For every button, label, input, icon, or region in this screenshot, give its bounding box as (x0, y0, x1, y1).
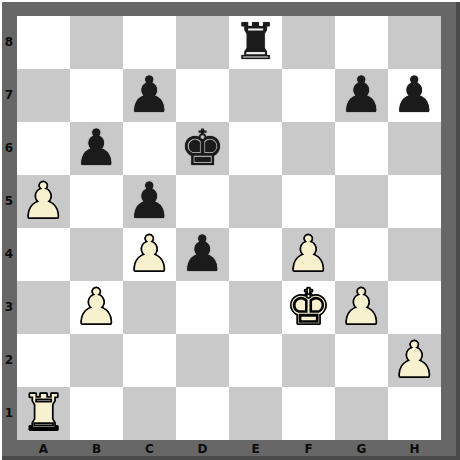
square-b4[interactable] (70, 228, 123, 281)
square-b2[interactable] (70, 334, 123, 387)
rank-label-6: 6 (2, 122, 16, 175)
square-h4[interactable] (388, 228, 441, 281)
square-d3[interactable] (176, 281, 229, 334)
square-e6[interactable] (229, 122, 282, 175)
piece-white-pawn[interactable]: ♟ (286, 228, 331, 281)
square-b5[interactable] (70, 175, 123, 228)
piece-white-pawn[interactable]: ♟ (21, 175, 66, 228)
file-label-c: C (123, 441, 176, 457)
square-c5[interactable]: ♟ (123, 175, 176, 228)
chess-scene: 87654321 ABCDEFGH ♜♟♟♟♟♚♟♟♟♟♟♟♚♟♟♜ (0, 0, 460, 460)
piece-black-pawn[interactable]: ♟ (127, 69, 172, 122)
file-label-b: B (70, 441, 123, 457)
file-label-g: G (335, 441, 388, 457)
square-e7[interactable] (229, 69, 282, 122)
square-d6[interactable]: ♚ (176, 122, 229, 175)
piece-black-pawn[interactable]: ♟ (127, 175, 172, 228)
square-h1[interactable] (388, 387, 441, 440)
square-b3[interactable]: ♟ (70, 281, 123, 334)
square-d2[interactable] (176, 334, 229, 387)
piece-white-rook[interactable]: ♜ (21, 387, 66, 440)
square-a7[interactable] (17, 69, 70, 122)
square-f6[interactable] (282, 122, 335, 175)
square-g8[interactable] (335, 16, 388, 69)
square-c1[interactable] (123, 387, 176, 440)
square-h6[interactable] (388, 122, 441, 175)
square-b7[interactable] (70, 69, 123, 122)
square-a4[interactable] (17, 228, 70, 281)
square-e4[interactable] (229, 228, 282, 281)
square-e1[interactable] (229, 387, 282, 440)
square-h7[interactable]: ♟ (388, 69, 441, 122)
file-label-h: H (388, 441, 441, 457)
rank-label-2: 2 (2, 334, 16, 387)
square-e5[interactable] (229, 175, 282, 228)
square-c4[interactable]: ♟ (123, 228, 176, 281)
square-g4[interactable] (335, 228, 388, 281)
square-b8[interactable] (70, 16, 123, 69)
piece-white-pawn[interactable]: ♟ (392, 334, 437, 387)
square-h8[interactable] (388, 16, 441, 69)
square-c7[interactable]: ♟ (123, 69, 176, 122)
square-h3[interactable] (388, 281, 441, 334)
square-g3[interactable]: ♟ (335, 281, 388, 334)
piece-white-king[interactable]: ♚ (286, 281, 331, 334)
rank-label-8: 8 (2, 16, 16, 69)
piece-black-rook[interactable]: ♜ (233, 16, 278, 69)
square-h2[interactable]: ♟ (388, 334, 441, 387)
file-label-a: A (17, 441, 70, 457)
square-e2[interactable] (229, 334, 282, 387)
square-h5[interactable] (388, 175, 441, 228)
square-c8[interactable] (123, 16, 176, 69)
square-f5[interactable] (282, 175, 335, 228)
piece-black-pawn[interactable]: ♟ (74, 122, 119, 175)
square-f7[interactable] (282, 69, 335, 122)
piece-black-pawn[interactable]: ♟ (339, 69, 384, 122)
square-g1[interactable] (335, 387, 388, 440)
square-c6[interactable] (123, 122, 176, 175)
chess-board: ♜♟♟♟♟♚♟♟♟♟♟♟♚♟♟♜ (17, 16, 441, 440)
square-c3[interactable] (123, 281, 176, 334)
rank-label-7: 7 (2, 69, 16, 122)
rank-label-5: 5 (2, 175, 16, 228)
rank-label-1: 1 (2, 387, 16, 440)
square-e3[interactable] (229, 281, 282, 334)
piece-white-pawn[interactable]: ♟ (127, 228, 172, 281)
square-d1[interactable] (176, 387, 229, 440)
square-b6[interactable]: ♟ (70, 122, 123, 175)
square-g2[interactable] (335, 334, 388, 387)
square-f1[interactable] (282, 387, 335, 440)
rank-label-4: 4 (2, 228, 16, 281)
piece-white-pawn[interactable]: ♟ (74, 281, 119, 334)
square-c2[interactable] (123, 334, 176, 387)
square-d8[interactable] (176, 16, 229, 69)
square-f3[interactable]: ♚ (282, 281, 335, 334)
file-label-f: F (282, 441, 335, 457)
square-g5[interactable] (335, 175, 388, 228)
file-label-d: D (176, 441, 229, 457)
square-f2[interactable] (282, 334, 335, 387)
piece-black-pawn[interactable]: ♟ (392, 69, 437, 122)
square-a1[interactable]: ♜ (17, 387, 70, 440)
square-d5[interactable] (176, 175, 229, 228)
square-e8[interactable]: ♜ (229, 16, 282, 69)
square-a6[interactable] (17, 122, 70, 175)
square-a5[interactable]: ♟ (17, 175, 70, 228)
piece-black-pawn[interactable]: ♟ (180, 228, 225, 281)
file-label-e: E (229, 441, 282, 457)
square-g6[interactable] (335, 122, 388, 175)
square-a2[interactable] (17, 334, 70, 387)
square-a3[interactable] (17, 281, 70, 334)
square-b1[interactable] (70, 387, 123, 440)
piece-white-pawn[interactable]: ♟ (339, 281, 384, 334)
square-d7[interactable] (176, 69, 229, 122)
square-g7[interactable]: ♟ (335, 69, 388, 122)
square-f4[interactable]: ♟ (282, 228, 335, 281)
square-a8[interactable] (17, 16, 70, 69)
rank-label-3: 3 (2, 281, 16, 334)
square-d4[interactable]: ♟ (176, 228, 229, 281)
piece-black-king[interactable]: ♚ (180, 122, 225, 175)
square-f8[interactable] (282, 16, 335, 69)
